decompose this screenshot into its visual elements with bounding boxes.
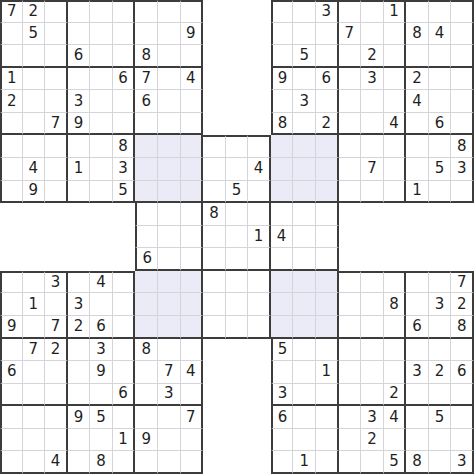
- sudoku-cell-given[interactable]: 5: [293, 45, 316, 68]
- sudoku-cell-given[interactable]: 7: [451, 271, 474, 294]
- sudoku-cell-given[interactable]: 8: [451, 316, 474, 339]
- sudoku-cell-given[interactable]: 2: [45, 339, 68, 362]
- sudoku-cell-empty[interactable]: [68, 339, 91, 362]
- sudoku-cell-empty[interactable]: [158, 113, 181, 136]
- sudoku-cell-empty[interactable]: [451, 339, 474, 362]
- sudoku-cell-given[interactable]: 4: [248, 158, 271, 181]
- sudoku-cell-empty[interactable]: [68, 451, 91, 474]
- sudoku-cell-empty[interactable]: [226, 271, 249, 294]
- sudoku-cell-empty[interactable]: [293, 158, 316, 181]
- sudoku-cell-empty[interactable]: [226, 316, 249, 339]
- sudoku-cell-empty[interactable]: [158, 451, 181, 474]
- sudoku-cell-empty[interactable]: [429, 271, 452, 294]
- sudoku-cell-empty[interactable]: [361, 90, 384, 113]
- sudoku-cell-empty[interactable]: [339, 406, 362, 429]
- sudoku-cell-empty[interactable]: [406, 429, 429, 452]
- sudoku-cell-given[interactable]: 3: [429, 293, 452, 316]
- sudoku-cell-empty[interactable]: [158, 181, 181, 204]
- sudoku-cell-empty[interactable]: [113, 293, 136, 316]
- sudoku-cell-empty[interactable]: [158, 45, 181, 68]
- sudoku-cell-empty[interactable]: [451, 0, 474, 23]
- sudoku-cell-empty[interactable]: [45, 90, 68, 113]
- sudoku-cell-given[interactable]: 3: [406, 361, 429, 384]
- sudoku-cell-empty[interactable]: [384, 339, 407, 362]
- sudoku-cell-empty[interactable]: [158, 226, 181, 249]
- sudoku-cell-empty[interactable]: [271, 181, 294, 204]
- sudoku-cell-empty[interactable]: [158, 23, 181, 46]
- sudoku-cell-given[interactable]: 3: [68, 90, 91, 113]
- sudoku-cell-empty[interactable]: [316, 181, 339, 204]
- sudoku-cell-given[interactable]: 9: [181, 23, 204, 46]
- sudoku-cell-empty[interactable]: [361, 271, 384, 294]
- sudoku-cell-given[interactable]: 3: [293, 90, 316, 113]
- sudoku-cell-empty[interactable]: [181, 384, 204, 407]
- sudoku-cell-given[interactable]: 2: [384, 384, 407, 407]
- sudoku-cell-empty[interactable]: [316, 135, 339, 158]
- sudoku-cell-empty[interactable]: [339, 316, 362, 339]
- sudoku-cell-given[interactable]: 1: [0, 68, 23, 91]
- sudoku-cell-empty[interactable]: [68, 68, 91, 91]
- sudoku-cell-given[interactable]: 2: [316, 113, 339, 136]
- sudoku-cell-empty[interactable]: [451, 68, 474, 91]
- sudoku-cell-empty[interactable]: [384, 316, 407, 339]
- sudoku-cell-empty[interactable]: [406, 293, 429, 316]
- sudoku-cell-given[interactable]: 8: [406, 23, 429, 46]
- sudoku-cell-empty[interactable]: [271, 90, 294, 113]
- sudoku-cell-empty[interactable]: [406, 384, 429, 407]
- sudoku-cell-empty[interactable]: [45, 68, 68, 91]
- sudoku-cell-empty[interactable]: [339, 271, 362, 294]
- sudoku-cell-given[interactable]: 3: [361, 68, 384, 91]
- sudoku-cell-empty[interactable]: [271, 293, 294, 316]
- sudoku-cell-empty[interactable]: [271, 429, 294, 452]
- sudoku-cell-empty[interactable]: [90, 0, 113, 23]
- sudoku-cell-given[interactable]: 4: [384, 406, 407, 429]
- sudoku-cell-empty[interactable]: [90, 23, 113, 46]
- sudoku-cell-empty[interactable]: [23, 384, 46, 407]
- sudoku-cell-given[interactable]: 3: [451, 451, 474, 474]
- sudoku-cell-given[interactable]: 3: [451, 158, 474, 181]
- sudoku-cell-given[interactable]: 7: [45, 113, 68, 136]
- sudoku-cell-given[interactable]: 5: [23, 23, 46, 46]
- sudoku-cell-empty[interactable]: [158, 316, 181, 339]
- sudoku-cell-empty[interactable]: [23, 429, 46, 452]
- sudoku-cell-empty[interactable]: [384, 68, 407, 91]
- sudoku-cell-empty[interactable]: [23, 135, 46, 158]
- sudoku-cell-empty[interactable]: [0, 429, 23, 452]
- sudoku-cell-empty[interactable]: [271, 451, 294, 474]
- sudoku-cell-empty[interactable]: [293, 271, 316, 294]
- sudoku-cell-empty[interactable]: [293, 226, 316, 249]
- sudoku-cell-empty[interactable]: [406, 339, 429, 362]
- sudoku-cell-empty[interactable]: [203, 248, 226, 271]
- sudoku-cell-empty[interactable]: [90, 384, 113, 407]
- sudoku-cell-empty[interactable]: [203, 293, 226, 316]
- sudoku-cell-empty[interactable]: [45, 429, 68, 452]
- sudoku-cell-given[interactable]: 2: [361, 45, 384, 68]
- sudoku-cell-empty[interactable]: [23, 316, 46, 339]
- sudoku-cell-given[interactable]: 1: [384, 0, 407, 23]
- sudoku-cell-given[interactable]: 2: [23, 0, 46, 23]
- sudoku-cell-empty[interactable]: [181, 135, 204, 158]
- sudoku-cell-empty[interactable]: [135, 0, 158, 23]
- sudoku-cell-given[interactable]: 4: [406, 90, 429, 113]
- sudoku-cell-empty[interactable]: [113, 451, 136, 474]
- sudoku-cell-empty[interactable]: [316, 203, 339, 226]
- sudoku-cell-empty[interactable]: [68, 135, 91, 158]
- sudoku-cell-empty[interactable]: [23, 271, 46, 294]
- sudoku-cell-empty[interactable]: [113, 0, 136, 23]
- sudoku-cell-given[interactable]: 8: [135, 339, 158, 362]
- sudoku-cell-empty[interactable]: [339, 384, 362, 407]
- sudoku-cell-empty[interactable]: [0, 271, 23, 294]
- sudoku-cell-empty[interactable]: [0, 135, 23, 158]
- sudoku-cell-empty[interactable]: [361, 113, 384, 136]
- sudoku-cell-empty[interactable]: [0, 158, 23, 181]
- sudoku-cell-empty[interactable]: [316, 226, 339, 249]
- sudoku-cell-empty[interactable]: [113, 361, 136, 384]
- sudoku-cell-given[interactable]: 4: [271, 226, 294, 249]
- sudoku-cell-empty[interactable]: [158, 339, 181, 362]
- sudoku-cell-empty[interactable]: [113, 316, 136, 339]
- sudoku-cell-empty[interactable]: [316, 339, 339, 362]
- sudoku-cell-empty[interactable]: [158, 90, 181, 113]
- sudoku-cell-empty[interactable]: [23, 90, 46, 113]
- sudoku-cell-empty[interactable]: [45, 158, 68, 181]
- sudoku-cell-given[interactable]: 2: [451, 293, 474, 316]
- sudoku-cell-empty[interactable]: [271, 248, 294, 271]
- sudoku-cell-given[interactable]: 6: [271, 406, 294, 429]
- sudoku-cell-empty[interactable]: [181, 158, 204, 181]
- sudoku-cell-empty[interactable]: [339, 0, 362, 23]
- sudoku-cell-empty[interactable]: [203, 271, 226, 294]
- sudoku-cell-empty[interactable]: [384, 158, 407, 181]
- sudoku-cell-empty[interactable]: [45, 384, 68, 407]
- sudoku-cell-empty[interactable]: [339, 361, 362, 384]
- sudoku-cell-empty[interactable]: [90, 135, 113, 158]
- sudoku-cell-empty[interactable]: [113, 271, 136, 294]
- sudoku-cell-given[interactable]: 9: [0, 316, 23, 339]
- sudoku-cell-empty[interactable]: [271, 45, 294, 68]
- sudoku-cell-empty[interactable]: [158, 68, 181, 91]
- sudoku-cell-empty[interactable]: [316, 90, 339, 113]
- sudoku-cell-empty[interactable]: [293, 339, 316, 362]
- sudoku-cell-empty[interactable]: [271, 0, 294, 23]
- sudoku-cell-given[interactable]: 8: [135, 45, 158, 68]
- sudoku-cell-given[interactable]: 6: [113, 384, 136, 407]
- sudoku-cell-empty[interactable]: [271, 135, 294, 158]
- sudoku-cell-empty[interactable]: [316, 23, 339, 46]
- sudoku-cell-empty[interactable]: [181, 339, 204, 362]
- sudoku-cell-empty[interactable]: [181, 248, 204, 271]
- sudoku-cell-empty[interactable]: [248, 271, 271, 294]
- sudoku-cell-given[interactable]: 2: [429, 361, 452, 384]
- sudoku-cell-empty[interactable]: [316, 293, 339, 316]
- sudoku-cell-empty[interactable]: [90, 90, 113, 113]
- sudoku-cell-given[interactable]: 5: [384, 451, 407, 474]
- sudoku-cell-empty[interactable]: [248, 203, 271, 226]
- sudoku-cell-given[interactable]: 7: [339, 23, 362, 46]
- sudoku-cell-empty[interactable]: [429, 0, 452, 23]
- sudoku-cell-empty[interactable]: [406, 271, 429, 294]
- sudoku-cell-empty[interactable]: [181, 316, 204, 339]
- sudoku-cell-given[interactable]: 8: [384, 293, 407, 316]
- sudoku-cell-empty[interactable]: [316, 45, 339, 68]
- sudoku-cell-given[interactable]: 6: [113, 68, 136, 91]
- sudoku-cell-empty[interactable]: [429, 316, 452, 339]
- sudoku-cell-empty[interactable]: [0, 45, 23, 68]
- sudoku-cell-empty[interactable]: [451, 90, 474, 113]
- sudoku-cell-empty[interactable]: [339, 181, 362, 204]
- sudoku-cell-given[interactable]: 9: [68, 406, 91, 429]
- sudoku-cell-empty[interactable]: [226, 293, 249, 316]
- sudoku-cell-empty[interactable]: [68, 271, 91, 294]
- sudoku-cell-empty[interactable]: [158, 248, 181, 271]
- sudoku-cell-empty[interactable]: [339, 451, 362, 474]
- sudoku-cell-empty[interactable]: [248, 293, 271, 316]
- sudoku-cell-empty[interactable]: [68, 361, 91, 384]
- sudoku-cell-empty[interactable]: [45, 406, 68, 429]
- sudoku-cell-given[interactable]: 2: [0, 90, 23, 113]
- sudoku-cell-given[interactable]: 2: [406, 68, 429, 91]
- sudoku-cell-empty[interactable]: [339, 158, 362, 181]
- sudoku-cell-empty[interactable]: [203, 158, 226, 181]
- sudoku-cell-given[interactable]: 6: [68, 45, 91, 68]
- sudoku-cell-given[interactable]: 9: [271, 68, 294, 91]
- sudoku-cell-empty[interactable]: [135, 203, 158, 226]
- sudoku-cell-empty[interactable]: [339, 113, 362, 136]
- sudoku-cell-given[interactable]: 7: [45, 316, 68, 339]
- sudoku-cell-empty[interactable]: [226, 158, 249, 181]
- sudoku-cell-empty[interactable]: [429, 90, 452, 113]
- sudoku-cell-empty[interactable]: [181, 181, 204, 204]
- sudoku-cell-given[interactable]: 3: [113, 158, 136, 181]
- sudoku-cell-empty[interactable]: [181, 293, 204, 316]
- sudoku-cell-empty[interactable]: [90, 68, 113, 91]
- sudoku-cell-empty[interactable]: [90, 181, 113, 204]
- sudoku-cell-empty[interactable]: [271, 316, 294, 339]
- sudoku-cell-empty[interactable]: [406, 406, 429, 429]
- sudoku-cell-empty[interactable]: [181, 203, 204, 226]
- sudoku-cell-empty[interactable]: [45, 361, 68, 384]
- sudoku-cell-empty[interactable]: [181, 226, 204, 249]
- sudoku-cell-empty[interactable]: [113, 113, 136, 136]
- sudoku-cell-empty[interactable]: [0, 339, 23, 362]
- sudoku-cell-empty[interactable]: [361, 181, 384, 204]
- sudoku-cell-empty[interactable]: [293, 406, 316, 429]
- sudoku-cell-empty[interactable]: [271, 23, 294, 46]
- sudoku-cell-given[interactable]: 9: [68, 113, 91, 136]
- sudoku-cell-empty[interactable]: [293, 113, 316, 136]
- sudoku-cell-empty[interactable]: [429, 451, 452, 474]
- sudoku-cell-given[interactable]: 1: [113, 429, 136, 452]
- sudoku-cell-given[interactable]: 7: [158, 361, 181, 384]
- sudoku-cell-empty[interactable]: [316, 451, 339, 474]
- sudoku-cell-given[interactable]: 4: [45, 451, 68, 474]
- sudoku-cell-empty[interactable]: [90, 45, 113, 68]
- sudoku-cell-empty[interactable]: [384, 181, 407, 204]
- sudoku-cell-empty[interactable]: [451, 384, 474, 407]
- sudoku-cell-empty[interactable]: [293, 429, 316, 452]
- sudoku-cell-empty[interactable]: [68, 429, 91, 452]
- sudoku-cell-empty[interactable]: [181, 451, 204, 474]
- sudoku-cell-empty[interactable]: [339, 429, 362, 452]
- sudoku-cell-given[interactable]: 1: [248, 226, 271, 249]
- sudoku-cell-empty[interactable]: [361, 339, 384, 362]
- sudoku-cell-empty[interactable]: [384, 271, 407, 294]
- sudoku-cell-given[interactable]: 6: [0, 361, 23, 384]
- sudoku-cell-empty[interactable]: [429, 68, 452, 91]
- sudoku-cell-empty[interactable]: [23, 68, 46, 91]
- sudoku-cell-empty[interactable]: [45, 23, 68, 46]
- sudoku-cell-given[interactable]: 1: [406, 181, 429, 204]
- sudoku-cell-empty[interactable]: [451, 429, 474, 452]
- sudoku-cell-empty[interactable]: [293, 23, 316, 46]
- sudoku-cell-empty[interactable]: [68, 23, 91, 46]
- sudoku-cell-empty[interactable]: [451, 181, 474, 204]
- sudoku-cell-empty[interactable]: [135, 451, 158, 474]
- sudoku-cell-empty[interactable]: [0, 406, 23, 429]
- sudoku-cell-empty[interactable]: [293, 384, 316, 407]
- sudoku-cell-given[interactable]: 2: [68, 316, 91, 339]
- sudoku-cell-empty[interactable]: [203, 226, 226, 249]
- sudoku-cell-empty[interactable]: [339, 293, 362, 316]
- sudoku-cell-empty[interactable]: [293, 68, 316, 91]
- sudoku-cell-empty[interactable]: [90, 429, 113, 452]
- sudoku-cell-empty[interactable]: [203, 316, 226, 339]
- sudoku-cell-empty[interactable]: [45, 293, 68, 316]
- sudoku-cell-empty[interactable]: [361, 361, 384, 384]
- sudoku-cell-given[interactable]: 8: [406, 451, 429, 474]
- sudoku-cell-given[interactable]: 3: [271, 384, 294, 407]
- sudoku-cell-empty[interactable]: [203, 181, 226, 204]
- sudoku-cell-empty[interactable]: [406, 113, 429, 136]
- sudoku-cell-empty[interactable]: [181, 90, 204, 113]
- sudoku-cell-empty[interactable]: [203, 135, 226, 158]
- sudoku-cell-given[interactable]: 5: [429, 406, 452, 429]
- sudoku-cell-empty[interactable]: [293, 316, 316, 339]
- sudoku-cell-empty[interactable]: [135, 271, 158, 294]
- sudoku-cell-empty[interactable]: [316, 271, 339, 294]
- sudoku-cell-given[interactable]: 7: [0, 0, 23, 23]
- sudoku-cell-empty[interactable]: [135, 158, 158, 181]
- sudoku-cell-empty[interactable]: [384, 361, 407, 384]
- sudoku-cell-empty[interactable]: [181, 113, 204, 136]
- sudoku-cell-empty[interactable]: [158, 271, 181, 294]
- sudoku-cell-empty[interactable]: [45, 135, 68, 158]
- sudoku-cell-empty[interactable]: [316, 248, 339, 271]
- sudoku-cell-empty[interactable]: [248, 248, 271, 271]
- sudoku-cell-empty[interactable]: [181, 429, 204, 452]
- sudoku-cell-given[interactable]: 6: [90, 316, 113, 339]
- sudoku-cell-given[interactable]: 2: [361, 429, 384, 452]
- sudoku-cell-empty[interactable]: [293, 293, 316, 316]
- sudoku-cell-empty[interactable]: [135, 226, 158, 249]
- sudoku-cell-given[interactable]: 3: [158, 384, 181, 407]
- sudoku-cell-empty[interactable]: [316, 158, 339, 181]
- sudoku-cell-given[interactable]: 3: [68, 293, 91, 316]
- sudoku-cell-empty[interactable]: [45, 0, 68, 23]
- sudoku-cell-given[interactable]: 9: [23, 181, 46, 204]
- sudoku-cell-given[interactable]: 8: [203, 203, 226, 226]
- sudoku-cell-empty[interactable]: [429, 45, 452, 68]
- sudoku-cell-empty[interactable]: [23, 451, 46, 474]
- sudoku-cell-empty[interactable]: [226, 226, 249, 249]
- sudoku-cell-empty[interactable]: [158, 406, 181, 429]
- sudoku-cell-given[interactable]: 6: [316, 68, 339, 91]
- sudoku-cell-empty[interactable]: [429, 429, 452, 452]
- sudoku-cell-empty[interactable]: [158, 429, 181, 452]
- sudoku-cell-empty[interactable]: [339, 90, 362, 113]
- sudoku-cell-given[interactable]: 9: [90, 361, 113, 384]
- sudoku-cell-empty[interactable]: [248, 181, 271, 204]
- sudoku-cell-empty[interactable]: [158, 0, 181, 23]
- sudoku-cell-empty[interactable]: [316, 406, 339, 429]
- sudoku-cell-empty[interactable]: [339, 135, 362, 158]
- sudoku-cell-empty[interactable]: [339, 45, 362, 68]
- sudoku-cell-empty[interactable]: [451, 406, 474, 429]
- sudoku-cell-empty[interactable]: [113, 23, 136, 46]
- sudoku-cell-given[interactable]: 4: [429, 23, 452, 46]
- sudoku-cell-empty[interactable]: [68, 181, 91, 204]
- sudoku-cell-given[interactable]: 5: [271, 339, 294, 362]
- sudoku-cell-empty[interactable]: [271, 361, 294, 384]
- sudoku-cell-empty[interactable]: [406, 158, 429, 181]
- sudoku-cell-empty[interactable]: [158, 203, 181, 226]
- sudoku-cell-empty[interactable]: [135, 316, 158, 339]
- sudoku-cell-empty[interactable]: [361, 135, 384, 158]
- sudoku-cell-empty[interactable]: [158, 135, 181, 158]
- sudoku-cell-given[interactable]: 4: [384, 113, 407, 136]
- sudoku-cell-empty[interactable]: [361, 23, 384, 46]
- sudoku-cell-empty[interactable]: [339, 339, 362, 362]
- sudoku-cell-empty[interactable]: [113, 45, 136, 68]
- sudoku-cell-given[interactable]: 8: [451, 135, 474, 158]
- sudoku-cell-empty[interactable]: [135, 181, 158, 204]
- sudoku-cell-empty[interactable]: [90, 113, 113, 136]
- sudoku-cell-empty[interactable]: [0, 181, 23, 204]
- sudoku-cell-given[interactable]: 4: [90, 271, 113, 294]
- sudoku-cell-empty[interactable]: [406, 0, 429, 23]
- sudoku-cell-empty[interactable]: [226, 135, 249, 158]
- sudoku-cell-empty[interactable]: [384, 429, 407, 452]
- sudoku-cell-empty[interactable]: [90, 158, 113, 181]
- sudoku-cell-empty[interactable]: [0, 451, 23, 474]
- sudoku-cell-empty[interactable]: [271, 271, 294, 294]
- sudoku-cell-empty[interactable]: [316, 384, 339, 407]
- sudoku-cell-given[interactable]: 3: [45, 271, 68, 294]
- sudoku-cell-given[interactable]: 1: [68, 158, 91, 181]
- sudoku-cell-given[interactable]: 1: [293, 451, 316, 474]
- sudoku-cell-empty[interactable]: [429, 135, 452, 158]
- sudoku-cell-empty[interactable]: [23, 361, 46, 384]
- sudoku-cell-empty[interactable]: [293, 181, 316, 204]
- sudoku-cell-empty[interactable]: [248, 135, 271, 158]
- sudoku-cell-empty[interactable]: [158, 293, 181, 316]
- sudoku-cell-empty[interactable]: [339, 68, 362, 91]
- sudoku-cell-empty[interactable]: [45, 181, 68, 204]
- sudoku-cell-empty[interactable]: [406, 45, 429, 68]
- sudoku-cell-empty[interactable]: [384, 45, 407, 68]
- sudoku-cell-empty[interactable]: [45, 45, 68, 68]
- sudoku-cell-empty[interactable]: [248, 316, 271, 339]
- sudoku-cell-empty[interactable]: [361, 293, 384, 316]
- sudoku-cell-empty[interactable]: [361, 316, 384, 339]
- sudoku-cell-empty[interactable]: [23, 45, 46, 68]
- sudoku-cell-empty[interactable]: [271, 203, 294, 226]
- sudoku-cell-empty[interactable]: [384, 135, 407, 158]
- sudoku-cell-empty[interactable]: [0, 113, 23, 136]
